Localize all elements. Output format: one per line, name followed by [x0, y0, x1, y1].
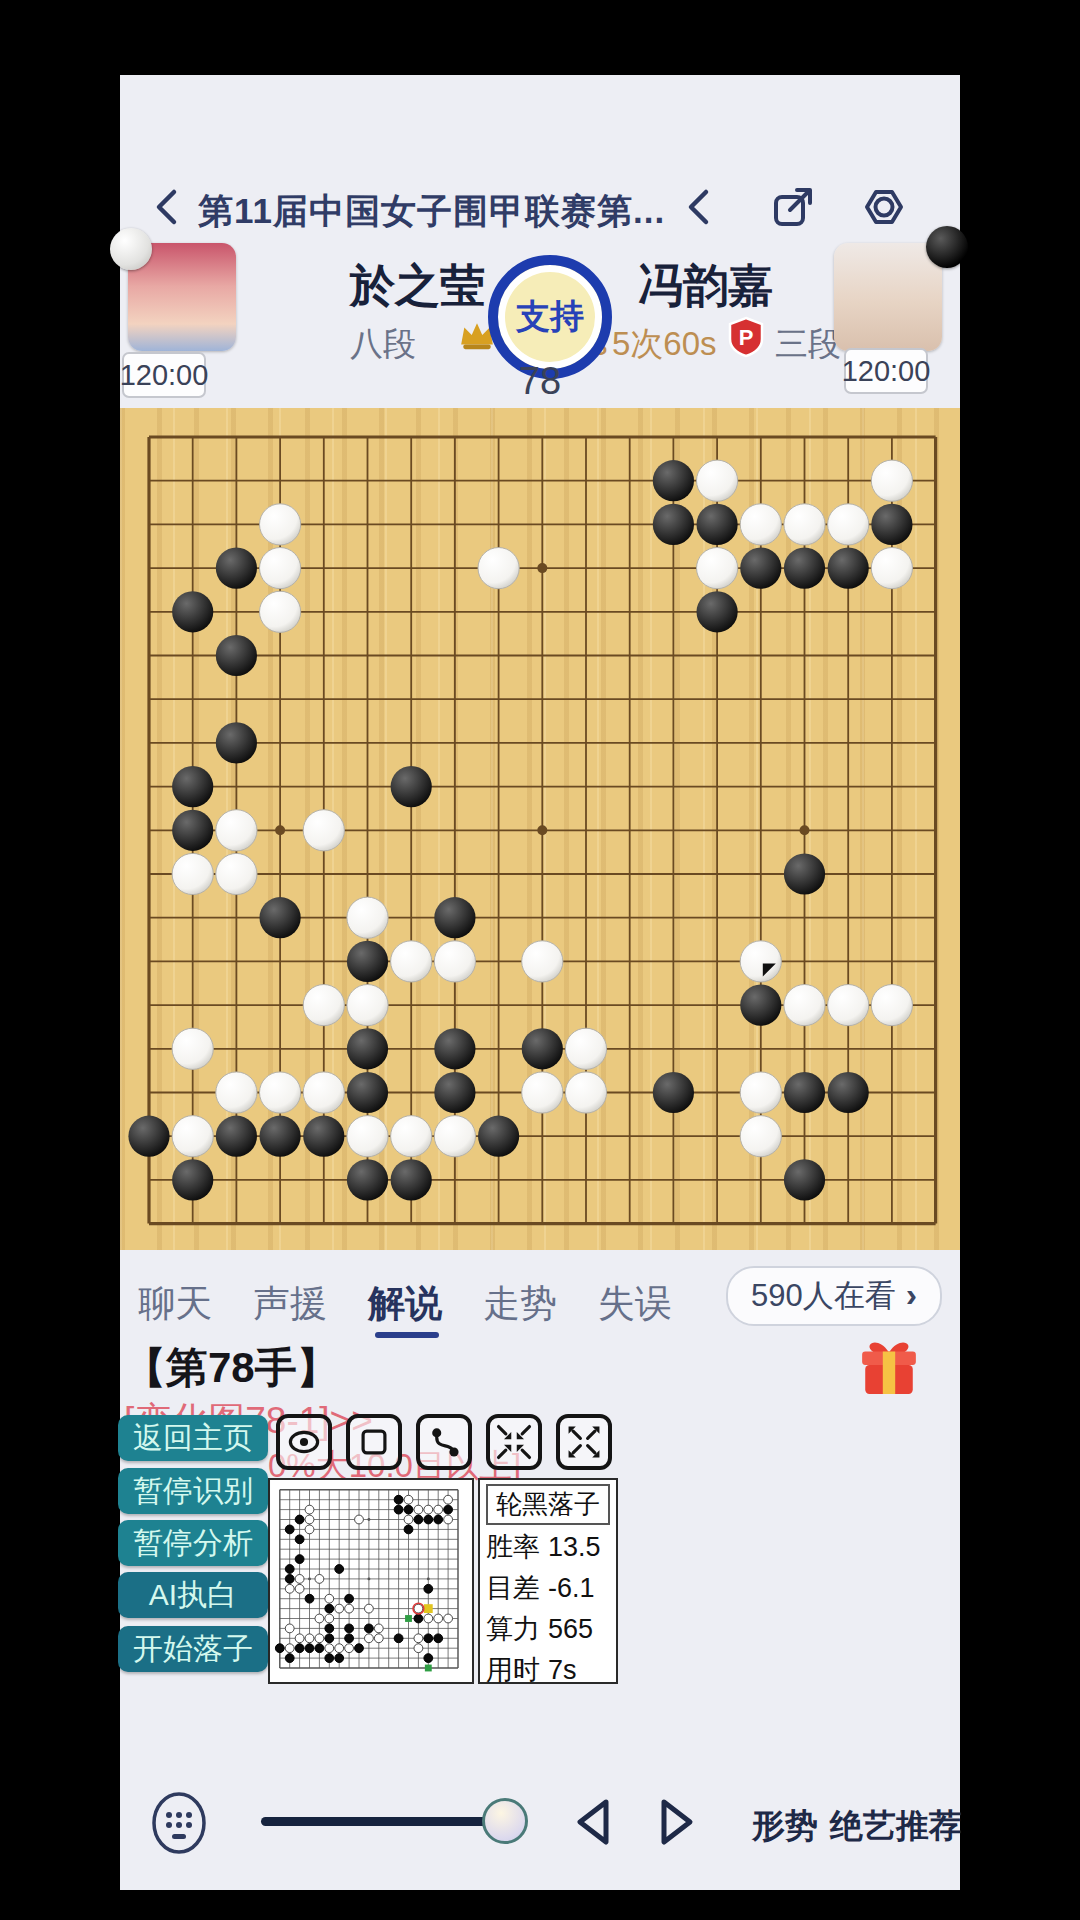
viewers-count: 590人在看 — [751, 1275, 896, 1317]
move-header: 【第78手】 — [124, 1340, 339, 1396]
tab-commentary[interactable]: 解说 — [368, 1279, 442, 1329]
expand-icon[interactable] — [556, 1414, 612, 1470]
tab-cheer[interactable]: 声援 — [253, 1279, 327, 1329]
black-player-rank: 三段 — [775, 322, 841, 367]
score-diff-label: 目差 — [486, 1568, 540, 1609]
collapse-chevron-icon[interactable] — [678, 185, 722, 233]
ai-stats-panel: 轮黑落子 胜率13.5 目差-6.1 算力565 用时7s — [478, 1478, 618, 1684]
white-stone-badge — [110, 228, 152, 270]
support-label: 支持 — [516, 294, 584, 340]
territory-button[interactable]: 形势 — [752, 1804, 818, 1849]
eye-icon[interactable] — [276, 1414, 332, 1470]
screen: 第11届中国女子围甲联赛第... 於之莹 八段 5次60s 120:00 支持 … — [0, 0, 1080, 1920]
next-move-button[interactable] — [652, 1796, 700, 1852]
winrate-label: 胜率 — [486, 1527, 540, 1568]
chevron-right-icon: › — [906, 1275, 917, 1314]
white-player-name: 於之莹 — [350, 256, 485, 316]
shrink-icon[interactable] — [486, 1414, 542, 1470]
winrate-value: 13.5 — [548, 1527, 601, 1568]
home-button[interactable]: 返回主页 — [118, 1415, 268, 1461]
go-board[interactable] — [120, 408, 960, 1250]
share-icon[interactable] — [768, 182, 818, 236]
branch-icon[interactable] — [416, 1414, 472, 1470]
black-byoyomi: 5次60s — [612, 322, 717, 367]
ai-plays-white-button[interactable]: AI执白 — [118, 1572, 268, 1618]
gift-icon[interactable] — [858, 1336, 920, 1400]
viewers-pill[interactable]: 590人在看 › — [726, 1266, 942, 1326]
black-stone-badge — [926, 226, 968, 268]
tab-chat[interactable]: 聊天 — [138, 1279, 212, 1329]
prev-move-button[interactable] — [570, 1796, 618, 1852]
avatar-black-player[interactable] — [834, 243, 942, 351]
pause-recognition-button[interactable]: 暂停识别 — [118, 1468, 268, 1514]
tab-trend[interactable]: 走势 — [483, 1279, 557, 1329]
time-used-label: 用时 — [486, 1650, 540, 1691]
turn-indicator: 轮黑落子 — [486, 1484, 610, 1525]
board-only-icon[interactable] — [346, 1414, 402, 1470]
page-title: 第11届中国女子围甲联赛第... — [198, 188, 665, 235]
white-player-rank: 八段 — [350, 322, 416, 367]
playouts-value: 565 — [548, 1609, 593, 1650]
start-play-button[interactable]: 开始落子 — [118, 1626, 268, 1672]
svg-text:P: P — [739, 325, 754, 350]
time-used-value: 7s — [548, 1650, 577, 1691]
go-board-grid — [120, 408, 960, 1250]
keyboard-icon[interactable] — [150, 1790, 208, 1860]
black-clock: 120:00 — [844, 348, 928, 394]
white-clock: 120:00 — [122, 352, 206, 398]
back-icon[interactable] — [146, 185, 190, 233]
p-badge-icon: P — [728, 316, 764, 362]
tab-mistakes[interactable]: 失误 — [598, 1279, 672, 1329]
tab-bar: 聊天 声援 解说 走势 失误 — [138, 1279, 672, 1329]
active-tab-underline — [375, 1332, 439, 1338]
pause-analysis-button[interactable]: 暂停分析 — [118, 1520, 268, 1566]
move-slider-track[interactable] — [261, 1817, 491, 1826]
ai-recommend-button[interactable]: 绝艺推荐 — [830, 1804, 962, 1849]
black-player-name: 冯韵嘉 — [638, 256, 773, 316]
move-slider-thumb[interactable] — [482, 1798, 528, 1844]
move-number: 78 — [480, 360, 600, 403]
ai-mini-board — [268, 1478, 474, 1684]
score-diff-value: -6.1 — [548, 1568, 595, 1609]
playouts-label: 算力 — [486, 1609, 540, 1650]
settings-icon[interactable] — [858, 181, 910, 237]
